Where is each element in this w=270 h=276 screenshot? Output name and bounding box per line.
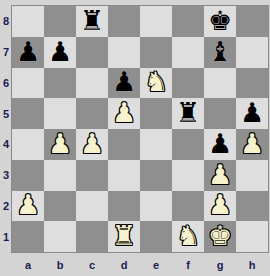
square-e6[interactable]: ♞ [140, 68, 172, 99]
white-pawn-icon: ♟ [112, 99, 136, 126]
white-pawn-icon: ♟ [80, 130, 104, 157]
file-label-a: a [12, 252, 44, 276]
black-pawn-icon: ♟ [240, 99, 264, 126]
black-pawn-icon: ♟ [48, 38, 72, 65]
chess-diagram: 87654321 ♜♚♟♟♝♟♞♟♜♟♟♟♟♟♟♟♟♜♞♚ abcdefgh [0, 0, 270, 276]
square-b8[interactable] [44, 6, 76, 37]
file-label-f: f [172, 252, 204, 276]
white-pawn-icon: ♟ [208, 191, 232, 218]
square-g8[interactable]: ♚ [204, 6, 236, 37]
square-d6[interactable]: ♟ [108, 68, 140, 99]
black-pawn-icon: ♟ [16, 38, 40, 65]
square-a2[interactable]: ♟ [12, 191, 44, 222]
square-d3[interactable] [108, 160, 140, 191]
square-h7[interactable] [236, 37, 268, 68]
square-f8[interactable] [172, 6, 204, 37]
square-d5[interactable]: ♟ [108, 98, 140, 129]
square-b6[interactable] [44, 68, 76, 99]
square-d8[interactable] [108, 6, 140, 37]
square-f2[interactable] [172, 191, 204, 222]
square-e5[interactable] [140, 98, 172, 129]
square-a3[interactable] [12, 160, 44, 191]
file-label-b: b [44, 252, 76, 276]
square-h6[interactable] [236, 68, 268, 99]
white-knight-icon: ♞ [176, 222, 200, 249]
rank-label-4: 4 [0, 129, 12, 160]
square-b4[interactable]: ♟ [44, 129, 76, 160]
square-h8[interactable] [236, 6, 268, 37]
square-a4[interactable] [12, 129, 44, 160]
square-g3[interactable]: ♟ [204, 160, 236, 191]
board: ♜♚♟♟♝♟♞♟♜♟♟♟♟♟♟♟♟♜♞♚ [12, 6, 268, 252]
square-b3[interactable] [44, 160, 76, 191]
black-king-icon: ♚ [208, 7, 232, 34]
rank-label-2: 2 [0, 191, 12, 222]
square-c3[interactable] [76, 160, 108, 191]
square-g6[interactable] [204, 68, 236, 99]
square-c8[interactable]: ♜ [76, 6, 108, 37]
square-a7[interactable]: ♟ [12, 37, 44, 68]
square-b2[interactable] [44, 191, 76, 222]
square-h3[interactable] [236, 160, 268, 191]
square-f6[interactable] [172, 68, 204, 99]
square-a6[interactable] [12, 68, 44, 99]
white-rook-icon: ♜ [112, 222, 136, 249]
white-pawn-icon: ♟ [16, 191, 40, 218]
square-b1[interactable] [44, 221, 76, 252]
white-pawn-icon: ♟ [208, 161, 232, 188]
square-g1[interactable]: ♚ [204, 221, 236, 252]
rank-label-8: 8 [0, 6, 12, 37]
square-f4[interactable] [172, 129, 204, 160]
square-g7[interactable]: ♝ [204, 37, 236, 68]
rank-label-1: 1 [0, 221, 12, 252]
file-labels: abcdefgh [12, 252, 268, 276]
file-label-g: g [204, 252, 236, 276]
rank-labels: 87654321 [0, 6, 12, 252]
square-a8[interactable] [12, 6, 44, 37]
file-label-d: d [108, 252, 140, 276]
square-h5[interactable]: ♟ [236, 98, 268, 129]
square-c2[interactable] [76, 191, 108, 222]
square-d1[interactable]: ♜ [108, 221, 140, 252]
black-rook-icon: ♜ [176, 99, 200, 126]
square-a5[interactable] [12, 98, 44, 129]
black-pawn-icon: ♟ [208, 130, 232, 157]
rank-label-5: 5 [0, 98, 12, 129]
square-c6[interactable] [76, 68, 108, 99]
black-bishop-icon: ♝ [208, 38, 232, 65]
square-d4[interactable] [108, 129, 140, 160]
square-e3[interactable] [140, 160, 172, 191]
square-c1[interactable] [76, 221, 108, 252]
square-g5[interactable] [204, 98, 236, 129]
square-e2[interactable] [140, 191, 172, 222]
square-h1[interactable] [236, 221, 268, 252]
square-b5[interactable] [44, 98, 76, 129]
white-knight-icon: ♞ [144, 68, 168, 95]
square-g4[interactable]: ♟ [204, 129, 236, 160]
square-f3[interactable] [172, 160, 204, 191]
file-label-e: e [140, 252, 172, 276]
square-e1[interactable] [140, 221, 172, 252]
black-pawn-icon: ♟ [112, 68, 136, 95]
square-h4[interactable]: ♟ [236, 129, 268, 160]
square-b7[interactable]: ♟ [44, 37, 76, 68]
square-c5[interactable] [76, 98, 108, 129]
square-g2[interactable]: ♟ [204, 191, 236, 222]
square-e7[interactable] [140, 37, 172, 68]
white-pawn-icon: ♟ [48, 130, 72, 157]
white-king-icon: ♚ [208, 222, 232, 249]
file-label-h: h [236, 252, 268, 276]
file-label-c: c [76, 252, 108, 276]
square-f1[interactable]: ♞ [172, 221, 204, 252]
square-h2[interactable] [236, 191, 268, 222]
rank-label-7: 7 [0, 37, 12, 68]
square-c4[interactable]: ♟ [76, 129, 108, 160]
square-f7[interactable] [172, 37, 204, 68]
white-pawn-icon: ♟ [240, 130, 264, 157]
square-d2[interactable] [108, 191, 140, 222]
rank-label-3: 3 [0, 160, 12, 191]
square-e4[interactable] [140, 129, 172, 160]
square-a1[interactable] [12, 221, 44, 252]
square-c7[interactable] [76, 37, 108, 68]
square-f5[interactable]: ♜ [172, 98, 204, 129]
square-d7[interactable] [108, 37, 140, 68]
rank-label-6: 6 [0, 68, 12, 99]
square-e8[interactable] [140, 6, 172, 37]
black-rook-icon: ♜ [80, 7, 104, 34]
